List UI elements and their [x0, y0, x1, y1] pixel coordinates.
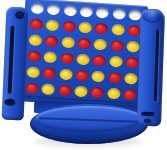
cell-r4-c1 — [25, 47, 42, 64]
cell-r5-c5 — [90, 68, 107, 85]
red-disc — [110, 39, 124, 51]
yellow-disc — [28, 34, 42, 46]
cell-r3-c2 — [43, 32, 60, 49]
connect-four-product-photo — [0, 0, 167, 150]
yellow-disc — [61, 36, 75, 48]
cell-r5-c7 — [123, 70, 140, 87]
cell-r1-c1 — [28, 0, 45, 16]
cell-r2-c1 — [27, 15, 44, 32]
red-disc — [108, 71, 122, 83]
yellow-disc — [92, 70, 106, 82]
cell-r1-c2 — [45, 0, 62, 17]
cell-r6-c1 — [23, 79, 40, 96]
cell-r6-c5 — [89, 83, 106, 100]
red-disc — [62, 20, 76, 32]
empty-slot — [79, 5, 93, 17]
cell-r6-c3 — [56, 81, 73, 98]
right-post-slot — [154, 29, 160, 101]
cell-r4-c4 — [74, 50, 91, 67]
cell-r3-c5 — [92, 36, 109, 53]
cell-r5-c4 — [73, 66, 90, 83]
cell-r2-c3 — [60, 17, 77, 34]
red-disc — [29, 18, 43, 30]
yellow-disc — [127, 40, 141, 52]
red-disc — [93, 54, 107, 66]
yellow-disc — [41, 83, 55, 95]
cell-r4-c5 — [91, 52, 108, 69]
cell-r6-c6 — [105, 85, 122, 102]
cell-r4-c6 — [107, 53, 124, 70]
empty-slot — [63, 4, 77, 16]
red-disc — [91, 86, 105, 98]
cell-r3-c4 — [75, 34, 92, 51]
cell-r1-c3 — [61, 1, 78, 18]
cell-r5-c1 — [24, 63, 41, 80]
cell-r4-c3 — [58, 49, 75, 66]
left-post — [2, 7, 29, 121]
left-post-hole-icon — [15, 11, 24, 19]
yellow-disc — [43, 51, 57, 63]
cell-r6-c7 — [121, 86, 138, 103]
red-disc — [77, 37, 91, 49]
board-grid — [23, 0, 144, 103]
cell-r4-c2 — [42, 48, 59, 65]
yellow-disc — [76, 53, 90, 65]
red-disc — [45, 35, 59, 47]
red-disc — [42, 67, 56, 79]
yellow-disc — [107, 87, 121, 99]
yellow-disc — [26, 66, 40, 78]
cell-r2-c4 — [77, 19, 94, 36]
yellow-disc — [46, 19, 60, 31]
cell-r5-c3 — [57, 65, 74, 82]
cell-r2-c6 — [109, 21, 126, 38]
red-disc — [95, 22, 109, 34]
red-disc — [25, 82, 39, 94]
yellow-disc — [74, 85, 88, 97]
left-post-slot — [8, 26, 15, 94]
cell-r2-c2 — [44, 16, 61, 33]
red-disc — [123, 88, 137, 100]
right-post-bottom-slot — [141, 112, 154, 116]
red-disc — [58, 84, 72, 96]
cell-r3-c6 — [108, 37, 125, 54]
cell-r6-c4 — [72, 82, 89, 99]
right-post-cap — [143, 10, 162, 24]
empty-slot — [47, 3, 61, 15]
cell-r3-c3 — [59, 33, 76, 50]
yellow-disc — [78, 21, 92, 33]
cell-r1-c5 — [94, 4, 111, 21]
cell-r5-c2 — [41, 64, 58, 81]
red-disc — [60, 52, 74, 64]
red-disc — [27, 50, 41, 62]
empty-slot — [112, 7, 126, 19]
empty-slot — [30, 2, 44, 14]
right-post — [137, 9, 165, 127]
right-post-notch — [144, 119, 151, 123]
cell-r1-c4 — [78, 3, 95, 20]
cell-r5-c6 — [106, 69, 123, 86]
yellow-disc — [94, 38, 108, 50]
yellow-disc — [109, 55, 123, 67]
cell-r6-c2 — [39, 80, 56, 97]
yellow-disc — [111, 23, 125, 35]
yellow-disc — [59, 68, 73, 80]
empty-slot — [96, 6, 110, 18]
cell-r1-c6 — [110, 5, 127, 22]
connect-four-board — [19, 0, 149, 109]
yellow-disc — [124, 72, 138, 84]
cell-r2-c5 — [93, 20, 110, 37]
red-disc — [75, 69, 89, 81]
left-post-bottom-hole — [4, 99, 15, 106]
red-disc — [125, 56, 139, 68]
cell-r3-c1 — [26, 31, 43, 48]
